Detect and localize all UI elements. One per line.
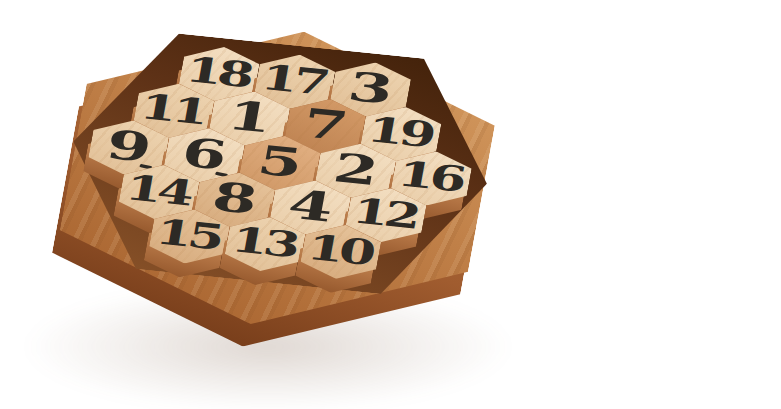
tile-15[interactable]: 15 — [147, 206, 233, 268]
tile-number: 14 — [122, 170, 192, 211]
tile-10[interactable]: 10 — [298, 221, 384, 283]
tile-13[interactable]: 13 — [222, 213, 308, 275]
tile-number: 13 — [228, 222, 298, 263]
tile-number: 15 — [153, 214, 223, 255]
product-photo-stage: 18173111719965216148412151310 — [0, 0, 781, 409]
tile-number: 10 — [304, 230, 374, 271]
